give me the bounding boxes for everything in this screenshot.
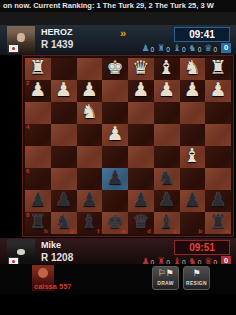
rank-label: 2	[26, 80, 29, 86]
square-c4[interactable]	[154, 124, 180, 146]
rank-label: 8	[26, 212, 29, 218]
square-h3[interactable]: 3	[25, 102, 51, 124]
square-g8[interactable]: g♞	[51, 212, 77, 234]
file-label: b	[199, 228, 203, 234]
square-c3[interactable]	[154, 102, 180, 124]
square-b2[interactable]: ♟	[180, 80, 206, 102]
square-b8[interactable]: b	[180, 212, 206, 234]
chess-app-screen: on now. Current Ranking: 1 The Turk 29, …	[0, 0, 236, 315]
news-ticker: on now. Current Ranking: 1 The Turk 29, …	[0, 0, 236, 12]
rank-label: 5	[26, 146, 29, 152]
bottom-player-rating: R 1208	[41, 252, 73, 263]
rook-icon: ♜	[157, 43, 165, 54]
square-f3[interactable]: ♞	[77, 102, 103, 124]
rank-label: 1	[26, 58, 29, 64]
square-b7[interactable]: ♟	[180, 190, 206, 212]
square-e2[interactable]	[102, 80, 128, 102]
square-e8[interactable]: e♚	[102, 212, 128, 234]
file-label: d	[147, 228, 151, 234]
rank-label: 6	[26, 168, 29, 174]
capture-count: 0	[166, 46, 170, 54]
square-c8[interactable]: c♝	[154, 212, 180, 234]
file-label: h	[44, 228, 48, 234]
resign-button[interactable]: ⚑ RESIGN	[183, 266, 210, 290]
file-label: g	[70, 228, 74, 234]
square-d4[interactable]	[128, 124, 154, 146]
draw-button[interactable]: ⚐⚑ DRAW	[152, 266, 179, 290]
top-player-rating: R 1439	[41, 39, 73, 50]
rank-label: 4	[26, 124, 29, 130]
caissa-points-label: caissa 557	[34, 282, 72, 291]
black-pawn[interactable]: ♟	[102, 165, 128, 190]
white-pawn[interactable]: ♟	[205, 77, 231, 102]
square-a3[interactable]	[205, 102, 231, 124]
file-label: f	[97, 228, 99, 234]
file-label: e	[122, 228, 125, 234]
top-player-avatar[interactable]	[7, 26, 35, 54]
black-pawn[interactable]: ♟	[180, 187, 206, 212]
square-h5[interactable]: 5	[25, 146, 51, 168]
japan-flag-icon	[8, 44, 19, 53]
file-label: a	[225, 228, 228, 234]
queen-icon: ♛	[204, 43, 212, 54]
square-a5[interactable]	[205, 146, 231, 168]
captured-pawn-counter: ♟0	[141, 43, 154, 54]
square-c2[interactable]: ♟	[154, 80, 180, 102]
square-f4[interactable]	[77, 124, 103, 146]
white-pawn[interactable]: ♟	[51, 77, 77, 102]
white-knight[interactable]: ♞	[77, 99, 103, 124]
pawn-icon: ♟	[141, 43, 149, 54]
square-h4[interactable]: 4	[25, 124, 51, 146]
turn-arrow-icon: »	[120, 27, 126, 39]
square-d8[interactable]: d♛	[128, 212, 154, 234]
captured-rook-counter: ♜0	[157, 43, 170, 54]
square-a4[interactable]	[205, 124, 231, 146]
square-d2[interactable]: ♟	[128, 80, 154, 102]
captured-knight-counter: ♞0	[189, 43, 202, 54]
captured-bishop-counter: ♝0	[173, 43, 186, 54]
square-g5[interactable]	[51, 146, 77, 168]
bottom-player-avatar[interactable]	[7, 239, 35, 267]
white-pawn[interactable]: ♟	[180, 77, 206, 102]
bottom-player-name: Mike	[41, 240, 61, 250]
top-player-bar: HEROZ R 1439 » 09:41 ♟0♜0♝0♞0♛00	[0, 25, 236, 55]
white-pawn[interactable]: ♟	[154, 77, 180, 102]
square-b5[interactable]: ♝	[180, 146, 206, 168]
capture-count: 0	[151, 46, 155, 54]
square-e4[interactable]: ♟	[102, 124, 128, 146]
capture-count: 0	[213, 46, 217, 54]
top-avatar-face	[17, 33, 25, 42]
white-flag-icon: ⚑	[184, 267, 209, 280]
square-h8[interactable]: 8h♜	[25, 212, 51, 234]
white-pawn[interactable]: ♟	[102, 121, 128, 146]
white-bishop[interactable]: ♝	[180, 143, 206, 168]
bishop-icon: ♝	[173, 43, 181, 54]
square-f5[interactable]	[77, 146, 103, 168]
capture-count: 0	[198, 46, 202, 54]
capture-count: 0	[182, 46, 186, 54]
captured-queen-counter: ♛0	[204, 43, 217, 54]
white-pawn[interactable]: ♟	[128, 77, 154, 102]
square-g3[interactable]	[51, 102, 77, 124]
square-h2[interactable]: 2♟	[25, 80, 51, 102]
board-frame: 1♜♚♛♝♞♜2♟♟♟♟♟♟♟3♞4♟5♝6♟♞7♟♟♟♟♟♟♟8h♜g♞f♝e…	[22, 55, 234, 237]
square-f8[interactable]: f♝	[77, 212, 103, 234]
rank-label: 3	[26, 102, 29, 108]
two-flags-icon: ⚐⚑	[153, 267, 178, 280]
top-player-name: HEROZ	[41, 27, 73, 37]
square-g2[interactable]: ♟	[51, 80, 77, 102]
top-player-timer: 09:41	[174, 27, 230, 42]
top-captured-tray: ♟0♜0♝0♞0♛00	[138, 42, 231, 54]
white-king[interactable]: ♚	[102, 55, 128, 80]
bottom-player-timer: 09:51	[174, 240, 230, 255]
caissa-head	[38, 268, 48, 278]
capture-total-badge: 0	[221, 43, 231, 53]
rank-label: 7	[26, 190, 29, 196]
square-a8[interactable]: a♜	[205, 212, 231, 234]
square-d5[interactable]	[128, 146, 154, 168]
file-label: c	[173, 228, 176, 234]
knight-icon: ♞	[189, 43, 197, 54]
square-b3[interactable]	[180, 102, 206, 124]
square-a2[interactable]: ♟	[205, 80, 231, 102]
square-e1[interactable]: ♚	[102, 58, 128, 80]
square-d3[interactable]	[128, 102, 154, 124]
chess-board[interactable]: 1♜♚♛♝♞♜2♟♟♟♟♟♟♟3♞4♟5♝6♟♞7♟♟♟♟♟♟♟8h♜g♞f♝e…	[25, 58, 231, 234]
square-g4[interactable]	[51, 124, 77, 146]
action-panel: caissa 557 ⚐⚑ DRAW ⚑ RESIGN	[0, 264, 236, 294]
square-e6[interactable]: ♟	[102, 168, 128, 190]
bottom-avatar-face	[17, 249, 25, 255]
ticker-gap-strip	[0, 12, 236, 26]
